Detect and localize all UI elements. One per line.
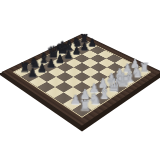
piece-white-rook[interactable]: ♜	[78, 98, 92, 112]
chess-board: ♜♞♝♛♚♝♞♜♟♟♟♟♟♟♟♟♟♟♟♟♟♟♟♟♜♞♝♛♚♝♞♜	[3, 34, 160, 125]
board-grid: ♜♞♝♛♚♝♞♜♟♟♟♟♟♟♟♟♟♟♟♟♟♟♟♟♜♞♝♛♚♝♞♜	[14, 39, 150, 117]
chess-set-photo: ♜♞♝♛♚♝♞♜♟♟♟♟♟♟♟♟♟♟♟♟♟♟♟♟♜♞♝♛♚♝♞♜	[0, 0, 160, 160]
piece-black-pawn[interactable]: ♟	[27, 67, 39, 78]
board-playing-surface: ♜♞♝♛♚♝♞♜♟♟♟♟♟♟♟♟♟♟♟♟♟♟♟♟♜♞♝♛♚♝♞♜	[13, 38, 152, 117]
